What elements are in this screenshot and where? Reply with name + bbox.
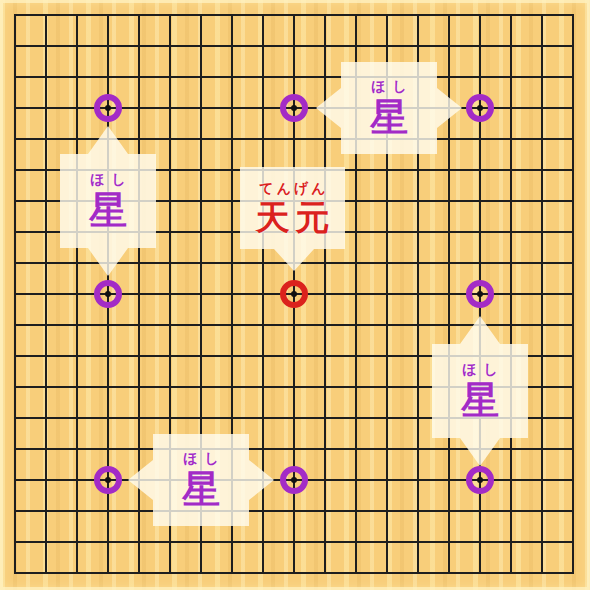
board-cell <box>543 140 574 171</box>
board-cell <box>47 326 78 357</box>
board-cell <box>78 47 109 78</box>
hoshi-marker-Q10 <box>466 280 494 308</box>
board-cell <box>357 202 388 233</box>
board-cell <box>109 47 140 78</box>
board-cell <box>16 233 47 264</box>
board-cell <box>140 109 171 140</box>
board-cell <box>326 419 357 450</box>
board-cell <box>47 543 78 574</box>
board-cell <box>78 512 109 543</box>
board-cell <box>233 295 264 326</box>
board-cell <box>295 47 326 78</box>
board-cell <box>171 326 202 357</box>
board-cell <box>543 512 574 543</box>
board-cell <box>171 47 202 78</box>
board-cell <box>326 295 357 326</box>
board-cell <box>202 78 233 109</box>
board-cell <box>140 388 171 419</box>
kanji-hoshi: 星 <box>182 470 220 510</box>
board-cell <box>16 78 47 109</box>
board-cell <box>16 47 47 78</box>
board-cell <box>357 326 388 357</box>
board-cell <box>47 16 78 47</box>
board-cell <box>388 233 419 264</box>
hoshi-marker-D4 <box>94 466 122 494</box>
board-cell <box>16 109 47 140</box>
board-cell <box>326 481 357 512</box>
hoshi-marker-D16 <box>94 94 122 122</box>
board-cell <box>388 543 419 574</box>
board-cell <box>109 543 140 574</box>
board-cell <box>481 202 512 233</box>
board-cell <box>171 109 202 140</box>
board-cell <box>78 357 109 388</box>
board-cell <box>543 171 574 202</box>
board-cell <box>171 16 202 47</box>
board-cell <box>357 16 388 47</box>
board-cell <box>419 202 450 233</box>
board-cell <box>233 78 264 109</box>
board-cell <box>16 202 47 233</box>
board-cell <box>419 481 450 512</box>
board-cell <box>419 543 450 574</box>
board-cell <box>357 419 388 450</box>
board-cell <box>47 109 78 140</box>
board-cell <box>326 326 357 357</box>
board-cell <box>326 543 357 574</box>
board-cell <box>264 388 295 419</box>
tengen-label-text: てんげん 天元 <box>240 167 345 249</box>
board-cell <box>543 264 574 295</box>
board-cell <box>419 450 450 481</box>
furigana-tengen: てんげん <box>259 181 328 195</box>
board-cell <box>543 450 574 481</box>
board-cell <box>233 16 264 47</box>
board-cell <box>202 16 233 47</box>
board-cell <box>16 264 47 295</box>
board-cell <box>543 295 574 326</box>
board-cell <box>16 140 47 171</box>
board-cell <box>47 264 78 295</box>
board-cell <box>326 388 357 419</box>
hoshi-label-bottom-text: ほし 星 <box>153 434 249 526</box>
board-cell <box>264 140 295 171</box>
board-cell <box>233 264 264 295</box>
board-cell <box>47 419 78 450</box>
board-cell <box>202 109 233 140</box>
board-cell <box>171 140 202 171</box>
board-cell <box>109 357 140 388</box>
board-cell <box>140 78 171 109</box>
board-cell <box>16 326 47 357</box>
board-cell <box>171 264 202 295</box>
board-cell <box>512 512 543 543</box>
board-cell <box>202 543 233 574</box>
board-cell <box>419 16 450 47</box>
board-cell <box>512 171 543 202</box>
kanji-tengen: 天元 <box>256 200 336 236</box>
board-cell <box>481 47 512 78</box>
board-cell <box>543 233 574 264</box>
board-cell <box>264 512 295 543</box>
board-cell <box>233 47 264 78</box>
kanji-hoshi: 星 <box>461 381 499 421</box>
board-cell <box>512 47 543 78</box>
board-cell <box>388 419 419 450</box>
hoshi-label-right-text: ほし 星 <box>432 344 528 438</box>
board-cell <box>16 357 47 388</box>
board-cell <box>543 543 574 574</box>
board-cell <box>357 450 388 481</box>
board-cell <box>16 512 47 543</box>
board-cell <box>264 16 295 47</box>
hoshi-marker-K4 <box>280 466 308 494</box>
board-cell <box>47 78 78 109</box>
board-cell <box>512 109 543 140</box>
board-cell <box>78 543 109 574</box>
board-cell <box>78 16 109 47</box>
board-cell <box>171 543 202 574</box>
board-cell <box>512 202 543 233</box>
board-cell <box>295 357 326 388</box>
go-board-diagram: ほし 星 ほし 星 てんげん 天元 ほし 星 ほし 星 <box>0 0 590 590</box>
board-cell <box>543 481 574 512</box>
board-cell <box>295 543 326 574</box>
board-cell <box>140 357 171 388</box>
board-cell <box>47 481 78 512</box>
board-cell <box>233 543 264 574</box>
board-cell <box>512 140 543 171</box>
board-cell <box>47 388 78 419</box>
furigana-hoshi: ほし <box>462 362 505 376</box>
board-cell <box>171 171 202 202</box>
board-cell <box>450 16 481 47</box>
board-cell <box>16 543 47 574</box>
board-cell <box>171 357 202 388</box>
hoshi-marker-Q16 <box>466 94 494 122</box>
board-cell <box>109 419 140 450</box>
board-cell <box>543 16 574 47</box>
hoshi-label-left-text: ほし 星 <box>60 154 156 248</box>
board-cell <box>512 481 543 512</box>
board-cell <box>140 326 171 357</box>
board-cell <box>264 419 295 450</box>
board-cell <box>202 140 233 171</box>
kanji-hoshi: 星 <box>89 191 127 231</box>
board-cell <box>388 171 419 202</box>
hoshi-marker-D10 <box>94 280 122 308</box>
board-cell <box>264 47 295 78</box>
board-cell <box>512 543 543 574</box>
board-cell <box>450 140 481 171</box>
board-cell <box>419 264 450 295</box>
board-cell <box>388 202 419 233</box>
furigana-hoshi: ほし <box>90 172 133 186</box>
board-cell <box>543 78 574 109</box>
board-cell <box>419 512 450 543</box>
board-cell <box>543 202 574 233</box>
board-cell <box>171 233 202 264</box>
board-cell <box>171 295 202 326</box>
board-cell <box>78 326 109 357</box>
board-cell <box>202 357 233 388</box>
board-cell <box>295 419 326 450</box>
board-cell <box>512 16 543 47</box>
board-cell <box>47 512 78 543</box>
board-cell <box>171 202 202 233</box>
board-cell <box>543 326 574 357</box>
board-cell <box>481 512 512 543</box>
board-cell <box>295 388 326 419</box>
hoshi-label-top-text: ほし 星 <box>341 62 437 154</box>
board-cell <box>202 171 233 202</box>
board-cell <box>140 47 171 78</box>
board-cell <box>326 512 357 543</box>
board-cell <box>233 109 264 140</box>
board-cell <box>326 450 357 481</box>
board-cell <box>233 326 264 357</box>
board-cell <box>16 16 47 47</box>
board-cell <box>357 481 388 512</box>
board-cell <box>47 47 78 78</box>
board-cell <box>202 202 233 233</box>
board-cell <box>109 326 140 357</box>
board-cell <box>481 16 512 47</box>
board-cell <box>419 171 450 202</box>
board-cell <box>295 326 326 357</box>
board-cell <box>357 543 388 574</box>
board-cell <box>202 233 233 264</box>
board-cell <box>357 171 388 202</box>
board-cell <box>326 357 357 388</box>
board-cell <box>264 543 295 574</box>
board-cell <box>357 388 388 419</box>
board-cell <box>202 295 233 326</box>
board-cell <box>388 357 419 388</box>
kanji-hoshi: 星 <box>370 98 408 138</box>
furigana-hoshi: ほし <box>183 451 226 465</box>
board-cell <box>512 295 543 326</box>
tengen-marker-K10 <box>280 280 308 308</box>
board-cell <box>388 481 419 512</box>
board-cell <box>388 326 419 357</box>
board-cell <box>326 264 357 295</box>
board-cell <box>450 512 481 543</box>
board-cell <box>388 450 419 481</box>
board-cell <box>109 388 140 419</box>
board-cell <box>109 16 140 47</box>
board-cell <box>78 419 109 450</box>
board-cell <box>47 295 78 326</box>
board-cell <box>16 450 47 481</box>
board-cell <box>419 233 450 264</box>
board-cell <box>16 171 47 202</box>
board-cell <box>357 233 388 264</box>
board-cell <box>512 264 543 295</box>
board-cell <box>109 512 140 543</box>
board-cell <box>543 388 574 419</box>
board-cell <box>140 16 171 47</box>
board-cell <box>78 388 109 419</box>
board-cell <box>450 202 481 233</box>
board-cell <box>481 140 512 171</box>
board-cell <box>512 78 543 109</box>
board-cell <box>419 295 450 326</box>
board-cell <box>264 326 295 357</box>
board-cell <box>140 295 171 326</box>
board-cell <box>357 512 388 543</box>
board-cell <box>233 357 264 388</box>
board-cell <box>16 481 47 512</box>
board-cell <box>295 16 326 47</box>
board-cell <box>357 357 388 388</box>
furigana-hoshi: ほし <box>371 79 414 93</box>
board-cell <box>481 543 512 574</box>
board-cell <box>388 16 419 47</box>
board-cell <box>450 47 481 78</box>
board-cell <box>202 264 233 295</box>
board-cell <box>543 109 574 140</box>
board-cell <box>202 326 233 357</box>
board-cell <box>16 388 47 419</box>
board-cell <box>543 419 574 450</box>
board-cell <box>47 450 78 481</box>
board-cell <box>357 295 388 326</box>
board-cell <box>16 295 47 326</box>
board-cell <box>357 264 388 295</box>
board-cell <box>233 388 264 419</box>
board-cell <box>512 233 543 264</box>
board-cell <box>388 295 419 326</box>
board-cell <box>295 140 326 171</box>
board-cell <box>481 171 512 202</box>
board-cell <box>47 357 78 388</box>
board-cell <box>388 388 419 419</box>
board-cell <box>450 543 481 574</box>
board-cell <box>295 512 326 543</box>
board-cell <box>171 388 202 419</box>
board-cell <box>481 233 512 264</box>
hoshi-marker-K16 <box>280 94 308 122</box>
board-cell <box>450 171 481 202</box>
board-cell <box>388 512 419 543</box>
board-cell <box>388 264 419 295</box>
board-cell <box>450 233 481 264</box>
board-cell <box>233 140 264 171</box>
board-cell <box>16 419 47 450</box>
board-cell <box>140 543 171 574</box>
board-cell <box>543 357 574 388</box>
board-cell <box>512 450 543 481</box>
board-cell <box>140 264 171 295</box>
board-cell <box>202 388 233 419</box>
board-cell <box>264 357 295 388</box>
board-cell <box>543 47 574 78</box>
hoshi-marker-Q4 <box>466 466 494 494</box>
board-cell <box>202 47 233 78</box>
board-cell <box>171 78 202 109</box>
board-cell <box>326 16 357 47</box>
